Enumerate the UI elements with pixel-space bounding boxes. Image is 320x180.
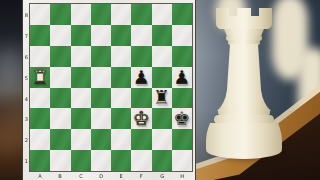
square-g6[interactable] bbox=[152, 46, 172, 67]
background-photo-left bbox=[0, 0, 22, 180]
square-h5[interactable]: ♟ bbox=[172, 67, 192, 88]
square-b7[interactable] bbox=[50, 25, 70, 46]
square-g4[interactable]: ♜ bbox=[152, 88, 172, 109]
file-label-c: C bbox=[72, 172, 89, 180]
rank-label-1: 1 bbox=[24, 152, 30, 170]
rank-label-6: 6 bbox=[24, 47, 30, 65]
square-g7[interactable] bbox=[152, 25, 172, 46]
chess-board: 87654321 ♜♟♟♜♚♚ ABCDEFGH bbox=[22, 0, 196, 180]
square-g2[interactable] bbox=[152, 129, 172, 150]
square-g5[interactable] bbox=[152, 67, 172, 88]
square-d6[interactable] bbox=[91, 46, 111, 67]
square-a8[interactable] bbox=[30, 4, 50, 25]
square-d5[interactable] bbox=[91, 67, 111, 88]
square-c6[interactable] bbox=[71, 46, 91, 67]
rank-label-5: 5 bbox=[24, 68, 30, 86]
file-label-d: D bbox=[92, 172, 109, 180]
square-b3[interactable] bbox=[50, 108, 70, 129]
square-e4[interactable] bbox=[111, 88, 131, 109]
square-d1[interactable] bbox=[91, 150, 111, 171]
square-h4[interactable] bbox=[172, 88, 192, 109]
square-c3[interactable] bbox=[71, 108, 91, 129]
square-e2[interactable] bbox=[111, 129, 131, 150]
file-label-g: G bbox=[153, 172, 170, 180]
square-b6[interactable] bbox=[50, 46, 70, 67]
black-rook-g4[interactable]: ♜ bbox=[152, 88, 172, 109]
square-b8[interactable] bbox=[50, 4, 70, 25]
square-c4[interactable] bbox=[71, 88, 91, 109]
square-f5[interactable]: ♟ bbox=[131, 67, 151, 88]
square-e6[interactable] bbox=[111, 46, 131, 67]
rank-labels: 87654321 bbox=[23, 4, 30, 171]
square-d2[interactable] bbox=[91, 129, 111, 150]
square-e5[interactable] bbox=[111, 67, 131, 88]
square-b5[interactable] bbox=[50, 67, 70, 88]
file-label-e: E bbox=[113, 172, 130, 180]
square-h2[interactable] bbox=[172, 129, 192, 150]
square-a7[interactable] bbox=[30, 25, 50, 46]
rank-label-4: 4 bbox=[24, 89, 30, 107]
rank-label-8: 8 bbox=[24, 6, 30, 24]
file-label-a: A bbox=[32, 172, 49, 180]
rank-label-3: 3 bbox=[24, 110, 30, 128]
black-pawn-f5[interactable]: ♟ bbox=[131, 67, 151, 88]
square-a1[interactable] bbox=[30, 150, 50, 171]
square-e7[interactable] bbox=[111, 25, 131, 46]
square-g1[interactable] bbox=[152, 150, 172, 171]
square-b1[interactable] bbox=[50, 150, 70, 171]
square-e3[interactable] bbox=[111, 108, 131, 129]
square-f6[interactable] bbox=[131, 46, 151, 67]
square-d3[interactable] bbox=[91, 108, 111, 129]
square-f3[interactable]: ♚ bbox=[131, 108, 151, 129]
square-h6[interactable] bbox=[172, 46, 192, 67]
square-f2[interactable] bbox=[131, 129, 151, 150]
square-c5[interactable] bbox=[71, 67, 91, 88]
blurred-wood-grain bbox=[0, 93, 22, 158]
square-f1[interactable] bbox=[131, 150, 151, 171]
square-c2[interactable] bbox=[71, 129, 91, 150]
rank-label-2: 2 bbox=[24, 131, 30, 149]
square-h3[interactable]: ♚ bbox=[172, 108, 192, 129]
board-grid: ♜♟♟♜♚♚ bbox=[30, 4, 192, 171]
black-pawn-h5[interactable]: ♟ bbox=[172, 67, 192, 88]
square-d7[interactable] bbox=[91, 25, 111, 46]
square-a6[interactable] bbox=[30, 46, 50, 67]
square-h7[interactable] bbox=[172, 25, 192, 46]
rank-label-7: 7 bbox=[24, 26, 30, 44]
square-a2[interactable] bbox=[30, 129, 50, 150]
white-king-f3[interactable]: ♚ bbox=[131, 108, 151, 129]
square-a3[interactable] bbox=[30, 108, 50, 129]
white-rook-a5[interactable]: ♜ bbox=[30, 67, 50, 88]
square-c7[interactable] bbox=[71, 25, 91, 46]
square-a4[interactable] bbox=[30, 88, 50, 109]
square-b2[interactable] bbox=[50, 129, 70, 150]
black-king-h3[interactable]: ♚ bbox=[172, 108, 192, 129]
square-c8[interactable] bbox=[71, 4, 91, 25]
square-e8[interactable] bbox=[111, 4, 131, 25]
square-a5[interactable]: ♜ bbox=[30, 67, 50, 88]
square-d8[interactable] bbox=[91, 4, 111, 25]
square-f8[interactable] bbox=[131, 4, 151, 25]
file-labels: ABCDEFGH bbox=[30, 171, 192, 180]
square-f7[interactable] bbox=[131, 25, 151, 46]
white-rook-photo-piece bbox=[202, 4, 286, 160]
square-b4[interactable] bbox=[50, 88, 70, 109]
square-f4[interactable] bbox=[131, 88, 151, 109]
square-d4[interactable] bbox=[91, 88, 111, 109]
square-e1[interactable] bbox=[111, 150, 131, 171]
blurred-highlight bbox=[0, 48, 22, 96]
file-label-b: B bbox=[52, 172, 69, 180]
square-h1[interactable] bbox=[172, 150, 192, 171]
square-c1[interactable] bbox=[71, 150, 91, 171]
screenshot-root: 87654321 ♜♟♟♜♚♚ ABCDEFGH bbox=[0, 0, 320, 180]
rook-photo bbox=[196, 0, 320, 180]
square-g8[interactable] bbox=[152, 4, 172, 25]
file-label-f: F bbox=[133, 172, 150, 180]
square-g3[interactable] bbox=[152, 108, 172, 129]
file-label-h: H bbox=[173, 172, 190, 180]
square-h8[interactable] bbox=[172, 4, 192, 25]
